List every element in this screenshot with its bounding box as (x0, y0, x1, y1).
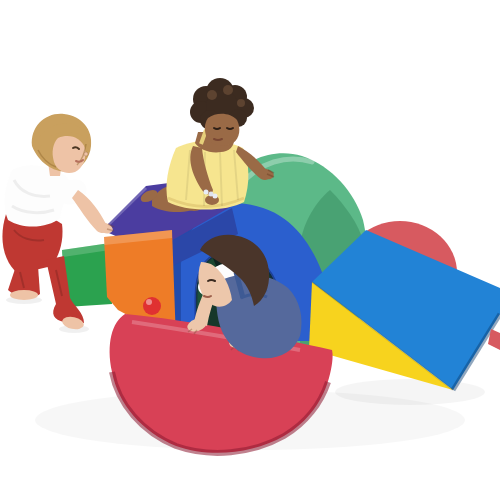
baby-eye (208, 280, 215, 281)
floor-shadow-right (335, 379, 485, 405)
product-photo (0, 0, 500, 500)
baby-mouth (204, 296, 211, 297)
toddler-nose (84, 152, 88, 156)
toddler-face (53, 136, 86, 173)
girl-mouth (214, 139, 222, 140)
play-set-illustration (0, 0, 500, 500)
red-ball (143, 297, 161, 315)
toddler-rear-foot (10, 290, 38, 300)
girl-face (205, 114, 239, 146)
